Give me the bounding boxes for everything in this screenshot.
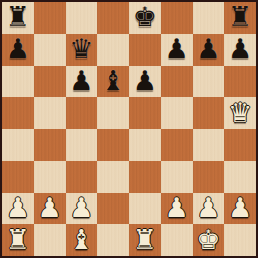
square-a8[interactable]: ♜	[2, 2, 34, 34]
square-e4[interactable]	[129, 129, 161, 161]
black-bishop-piece[interactable]: ♝	[101, 67, 125, 94]
black-pawn-piece[interactable]: ♟	[165, 35, 189, 62]
white-pawn-piece[interactable]: ♟	[228, 194, 252, 221]
square-g8[interactable]	[193, 2, 225, 34]
square-c2[interactable]: ♟	[66, 193, 98, 225]
white-king-piece[interactable]: ♚	[196, 226, 220, 253]
square-d1[interactable]	[97, 224, 129, 256]
black-rook-piece[interactable]: ♜	[228, 3, 252, 30]
square-a7[interactable]: ♟	[2, 34, 34, 66]
square-d7[interactable]	[97, 34, 129, 66]
square-b6[interactable]	[34, 66, 66, 98]
square-h1[interactable]	[224, 224, 256, 256]
square-d3[interactable]	[97, 161, 129, 193]
black-queen-piece[interactable]: ♛	[69, 35, 93, 62]
square-g3[interactable]	[193, 161, 225, 193]
square-e7[interactable]	[129, 34, 161, 66]
square-a5[interactable]	[2, 97, 34, 129]
square-f6[interactable]	[161, 66, 193, 98]
square-a4[interactable]	[2, 129, 34, 161]
square-e6[interactable]: ♟	[129, 66, 161, 98]
black-pawn-piece[interactable]: ♟	[133, 67, 157, 94]
square-b2[interactable]: ♟	[34, 193, 66, 225]
square-h4[interactable]	[224, 129, 256, 161]
square-b4[interactable]	[34, 129, 66, 161]
square-e2[interactable]	[129, 193, 161, 225]
square-f2[interactable]: ♟	[161, 193, 193, 225]
square-h8[interactable]: ♜	[224, 2, 256, 34]
square-g5[interactable]	[193, 97, 225, 129]
square-c7[interactable]: ♛	[66, 34, 98, 66]
square-e1[interactable]: ♜	[129, 224, 161, 256]
square-d4[interactable]	[97, 129, 129, 161]
square-f1[interactable]	[161, 224, 193, 256]
black-pawn-piece[interactable]: ♟	[6, 35, 30, 62]
square-f4[interactable]	[161, 129, 193, 161]
square-b1[interactable]	[34, 224, 66, 256]
square-c3[interactable]	[66, 161, 98, 193]
square-g6[interactable]	[193, 66, 225, 98]
white-pawn-piece[interactable]: ♟	[69, 194, 93, 221]
square-h3[interactable]	[224, 161, 256, 193]
square-a6[interactable]	[2, 66, 34, 98]
white-bishop-piece[interactable]: ♝	[69, 226, 93, 253]
square-h6[interactable]	[224, 66, 256, 98]
square-f3[interactable]	[161, 161, 193, 193]
black-rook-piece[interactable]: ♜	[6, 3, 30, 30]
white-queen-piece[interactable]: ♛	[228, 99, 252, 126]
square-h2[interactable]: ♟	[224, 193, 256, 225]
square-g7[interactable]: ♟	[193, 34, 225, 66]
square-a2[interactable]: ♟	[2, 193, 34, 225]
chess-diagram: ♜♚♜♟♛♟♟♟♟♝♟♛♟♟♟♟♟♟♜♝♜♚	[0, 0, 258, 258]
square-f5[interactable]	[161, 97, 193, 129]
square-b5[interactable]	[34, 97, 66, 129]
square-e5[interactable]	[129, 97, 161, 129]
square-g2[interactable]: ♟	[193, 193, 225, 225]
square-c5[interactable]	[66, 97, 98, 129]
square-e3[interactable]	[129, 161, 161, 193]
chess-board: ♜♚♜♟♛♟♟♟♟♝♟♛♟♟♟♟♟♟♜♝♜♚	[0, 0, 258, 258]
black-pawn-piece[interactable]: ♟	[228, 35, 252, 62]
white-rook-piece[interactable]: ♜	[133, 226, 157, 253]
square-d2[interactable]	[97, 193, 129, 225]
square-b8[interactable]	[34, 2, 66, 34]
black-king-piece[interactable]: ♚	[133, 3, 157, 30]
square-b3[interactable]	[34, 161, 66, 193]
square-c4[interactable]	[66, 129, 98, 161]
black-pawn-piece[interactable]: ♟	[69, 67, 93, 94]
square-h7[interactable]: ♟	[224, 34, 256, 66]
white-rook-piece[interactable]: ♜	[6, 226, 30, 253]
square-c1[interactable]: ♝	[66, 224, 98, 256]
square-c8[interactable]	[66, 2, 98, 34]
square-e8[interactable]: ♚	[129, 2, 161, 34]
black-pawn-piece[interactable]: ♟	[196, 35, 220, 62]
white-pawn-piece[interactable]: ♟	[6, 194, 30, 221]
square-g1[interactable]: ♚	[193, 224, 225, 256]
square-a3[interactable]	[2, 161, 34, 193]
square-g4[interactable]	[193, 129, 225, 161]
white-pawn-piece[interactable]: ♟	[38, 194, 62, 221]
square-d6[interactable]: ♝	[97, 66, 129, 98]
square-b7[interactable]	[34, 34, 66, 66]
square-f8[interactable]	[161, 2, 193, 34]
square-d5[interactable]	[97, 97, 129, 129]
square-h5[interactable]: ♛	[224, 97, 256, 129]
square-d8[interactable]	[97, 2, 129, 34]
white-pawn-piece[interactable]: ♟	[196, 194, 220, 221]
square-a1[interactable]: ♜	[2, 224, 34, 256]
square-f7[interactable]: ♟	[161, 34, 193, 66]
white-pawn-piece[interactable]: ♟	[165, 194, 189, 221]
square-c6[interactable]: ♟	[66, 66, 98, 98]
